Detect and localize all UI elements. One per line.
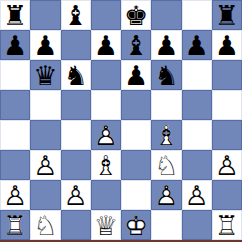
piece-white-pawn[interactable]: ♟︎♙︎ <box>151 180 181 210</box>
square-g6[interactable] <box>182 60 212 90</box>
queen-outline-glyph: ♕︎ <box>91 210 121 240</box>
king-glyph: ♚︎ <box>121 0 151 30</box>
square-e3[interactable] <box>121 150 151 180</box>
square-g1[interactable] <box>182 210 212 240</box>
square-g2[interactable]: ♟︎♙︎ <box>182 180 212 210</box>
pawn-glyph: ♟︎ <box>121 60 151 90</box>
square-f3[interactable]: ♞︎♘︎ <box>151 150 181 180</box>
bishop-glyph: ♝︎ <box>61 0 91 30</box>
square-f2[interactable]: ♟︎♙︎ <box>151 180 181 210</box>
piece-white-queen[interactable]: ♛︎♕︎ <box>91 210 121 240</box>
square-b5[interactable] <box>30 90 60 120</box>
square-d3[interactable]: ♝︎♗︎ <box>91 150 121 180</box>
square-a7[interactable]: ♟︎ <box>0 30 30 60</box>
square-f6[interactable]: ♞︎ <box>151 60 181 90</box>
square-c5[interactable] <box>61 90 91 120</box>
piece-black-pawn[interactable]: ♟︎ <box>30 30 60 60</box>
chess-board-window: ♜︎♝︎♚︎♜︎♟︎♟︎♟︎♝︎♟︎♟︎♟︎♛︎♞︎♟︎♞︎♟︎♙︎♝︎♗︎♟︎… <box>0 0 242 242</box>
square-c3[interactable] <box>61 150 91 180</box>
piece-black-bishop[interactable]: ♝︎ <box>61 0 91 30</box>
square-h5[interactable] <box>212 90 242 120</box>
square-b7[interactable]: ♟︎ <box>30 30 60 60</box>
square-c7[interactable] <box>61 30 91 60</box>
piece-white-bishop[interactable]: ♝︎♗︎ <box>151 120 181 150</box>
piece-black-pawn[interactable]: ♟︎ <box>121 60 151 90</box>
piece-black-knight[interactable]: ♞︎ <box>61 60 91 90</box>
pawn-outline-glyph: ♙︎ <box>30 150 60 180</box>
rook-outline-glyph: ♖︎ <box>212 210 242 240</box>
square-h6[interactable] <box>212 60 242 90</box>
piece-white-king[interactable]: ♚︎♔︎ <box>121 210 151 240</box>
square-f8[interactable] <box>151 0 181 30</box>
square-b1[interactable]: ♞︎♘︎ <box>30 210 60 240</box>
square-f1[interactable] <box>151 210 181 240</box>
rook-glyph: ♜︎ <box>212 0 242 30</box>
bishop-outline-glyph: ♗︎ <box>91 150 121 180</box>
pawn-outline-glyph: ♙︎ <box>0 180 30 210</box>
piece-white-pawn[interactable]: ♟︎♙︎ <box>0 180 30 210</box>
square-f4[interactable]: ♝︎♗︎ <box>151 120 181 150</box>
square-a6[interactable] <box>0 60 30 90</box>
square-f7[interactable]: ♟︎ <box>151 30 181 60</box>
pawn-outline-glyph: ♙︎ <box>61 180 91 210</box>
knight-outline-glyph: ♘︎ <box>30 210 60 240</box>
piece-black-queen[interactable]: ♛︎ <box>30 60 60 90</box>
square-e8[interactable]: ♚︎ <box>121 0 151 30</box>
square-e5[interactable] <box>121 90 151 120</box>
square-h8[interactable]: ♜︎ <box>212 0 242 30</box>
pawn-outline-glyph: ♙︎ <box>212 150 242 180</box>
square-c4[interactable] <box>61 120 91 150</box>
piece-white-knight[interactable]: ♞︎♘︎ <box>30 210 60 240</box>
square-g8[interactable] <box>182 0 212 30</box>
square-h2[interactable] <box>212 180 242 210</box>
piece-white-rook[interactable]: ♜︎♖︎ <box>212 210 242 240</box>
square-e1[interactable]: ♚︎♔︎ <box>121 210 151 240</box>
square-g3[interactable] <box>182 150 212 180</box>
chess-board: ♜︎♝︎♚︎♜︎♟︎♟︎♟︎♝︎♟︎♟︎♟︎♛︎♞︎♟︎♞︎♟︎♙︎♝︎♗︎♟︎… <box>0 0 242 240</box>
square-h1[interactable]: ♜︎♖︎ <box>212 210 242 240</box>
square-f5[interactable] <box>151 90 181 120</box>
square-h4[interactable] <box>212 120 242 150</box>
piece-white-rook[interactable]: ♜︎♖︎ <box>0 210 30 240</box>
rook-outline-glyph: ♖︎ <box>0 210 30 240</box>
pawn-glyph: ♟︎ <box>182 30 212 60</box>
pawn-outline-glyph: ♙︎ <box>91 120 121 150</box>
king-outline-glyph: ♔︎ <box>121 210 151 240</box>
piece-white-pawn[interactable]: ♟︎♙︎ <box>212 150 242 180</box>
square-e7[interactable]: ♝︎ <box>121 30 151 60</box>
piece-black-pawn[interactable]: ♟︎ <box>0 30 30 60</box>
pawn-glyph: ♟︎ <box>30 30 60 60</box>
pawn-outline-glyph: ♙︎ <box>182 180 212 210</box>
piece-white-bishop[interactable]: ♝︎♗︎ <box>91 150 121 180</box>
square-d1[interactable]: ♛︎♕︎ <box>91 210 121 240</box>
piece-white-pawn[interactable]: ♟︎♙︎ <box>30 150 60 180</box>
square-b2[interactable] <box>30 180 60 210</box>
square-c2[interactable]: ♟︎♙︎ <box>61 180 91 210</box>
square-e6[interactable]: ♟︎ <box>121 60 151 90</box>
square-g5[interactable] <box>182 90 212 120</box>
pawn-glyph: ♟︎ <box>151 30 181 60</box>
square-d6[interactable] <box>91 60 121 90</box>
bishop-glyph: ♝︎ <box>121 30 151 60</box>
rook-glyph: ♜︎ <box>0 0 30 30</box>
piece-white-knight[interactable]: ♞︎♘︎ <box>151 150 181 180</box>
square-d8[interactable] <box>91 0 121 30</box>
square-a2[interactable]: ♟︎♙︎ <box>0 180 30 210</box>
square-b6[interactable]: ♛︎ <box>30 60 60 90</box>
square-g7[interactable]: ♟︎ <box>182 30 212 60</box>
piece-black-pawn[interactable]: ♟︎ <box>91 30 121 60</box>
bishop-outline-glyph: ♗︎ <box>151 120 181 150</box>
knight-glyph: ♞︎ <box>151 60 181 90</box>
piece-black-rook[interactable]: ♜︎ <box>0 0 30 30</box>
piece-black-knight[interactable]: ♞︎ <box>151 60 181 90</box>
piece-black-bishop[interactable]: ♝︎ <box>121 30 151 60</box>
square-a5[interactable] <box>0 90 30 120</box>
square-c6[interactable]: ♞︎ <box>61 60 91 90</box>
pawn-glyph: ♟︎ <box>0 30 30 60</box>
square-e2[interactable] <box>121 180 151 210</box>
square-b8[interactable] <box>30 0 60 30</box>
square-d2[interactable] <box>91 180 121 210</box>
knight-outline-glyph: ♘︎ <box>151 150 181 180</box>
square-b4[interactable] <box>30 120 60 150</box>
square-c8[interactable]: ♝︎ <box>61 0 91 30</box>
square-h7[interactable]: ♟︎ <box>212 30 242 60</box>
piece-white-pawn[interactable]: ♟︎♙︎ <box>182 180 212 210</box>
knight-glyph: ♞︎ <box>61 60 91 90</box>
square-h3[interactable]: ♟︎♙︎ <box>212 150 242 180</box>
pawn-glyph: ♟︎ <box>91 30 121 60</box>
pawn-outline-glyph: ♙︎ <box>151 180 181 210</box>
square-g4[interactable] <box>182 120 212 150</box>
piece-black-pawn[interactable]: ♟︎ <box>182 30 212 60</box>
queen-glyph: ♛︎ <box>30 60 60 90</box>
piece-black-king[interactable]: ♚︎ <box>121 0 151 30</box>
piece-white-pawn[interactable]: ♟︎♙︎ <box>91 120 121 150</box>
square-d4[interactable]: ♟︎♙︎ <box>91 120 121 150</box>
piece-white-pawn[interactable]: ♟︎♙︎ <box>61 180 91 210</box>
piece-black-pawn[interactable]: ♟︎ <box>151 30 181 60</box>
square-a3[interactable] <box>0 150 30 180</box>
square-d7[interactable]: ♟︎ <box>91 30 121 60</box>
piece-black-pawn[interactable]: ♟︎ <box>212 30 242 60</box>
square-a8[interactable]: ♜︎ <box>0 0 30 30</box>
pawn-glyph: ♟︎ <box>212 30 242 60</box>
square-c1[interactable] <box>61 210 91 240</box>
square-a1[interactable]: ♜︎♖︎ <box>0 210 30 240</box>
square-a4[interactable] <box>0 120 30 150</box>
square-d5[interactable] <box>91 90 121 120</box>
piece-black-rook[interactable]: ♜︎ <box>212 0 242 30</box>
square-b3[interactable]: ♟︎♙︎ <box>30 150 60 180</box>
square-e4[interactable] <box>121 120 151 150</box>
